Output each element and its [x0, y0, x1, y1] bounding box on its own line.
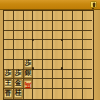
board-cell[interactable] — [33, 79, 43, 89]
board-cell[interactable] — [53, 89, 63, 99]
board-cell[interactable] — [4, 60, 14, 70]
board-cell[interactable] — [83, 21, 93, 31]
board-cell[interactable]: 香 — [4, 89, 14, 99]
piece-lance[interactable]: 香 — [4, 90, 13, 99]
board-cell[interactable] — [33, 40, 43, 50]
board-cell[interactable] — [43, 50, 53, 60]
piece-glyph: 金 — [15, 80, 22, 87]
board-cell[interactable] — [73, 11, 83, 21]
board-cell[interactable] — [33, 89, 43, 99]
board-cell[interactable] — [33, 50, 43, 60]
board-cell[interactable] — [63, 50, 73, 60]
board-cell[interactable] — [83, 50, 93, 60]
board-cell[interactable]: 桂 — [14, 89, 24, 99]
board-right-margin — [93, 10, 100, 100]
board-cell[interactable] — [24, 40, 34, 50]
piece-glyph: 歩 — [15, 71, 22, 78]
board-cell[interactable]: 金 — [14, 79, 24, 89]
board-cell[interactable]: 歩 — [14, 70, 24, 80]
piece-horse-promoted-bishop[interactable]: 馬 — [24, 79, 33, 88]
board-cell[interactable] — [14, 40, 24, 50]
board-cell[interactable] — [63, 89, 73, 99]
board-cell[interactable] — [73, 70, 83, 80]
board-cell[interactable] — [73, 60, 83, 70]
board-cell[interactable] — [53, 50, 63, 60]
piece-silver[interactable]: 銀 — [24, 69, 33, 78]
board-cell[interactable] — [83, 31, 93, 41]
board-cell[interactable] — [43, 79, 53, 89]
board-cell[interactable] — [83, 89, 93, 99]
board-cell[interactable] — [43, 11, 53, 21]
board-cell[interactable] — [43, 40, 53, 50]
board-cell[interactable] — [63, 79, 73, 89]
piece-glyph: 馬 — [25, 80, 32, 87]
board-cell[interactable] — [33, 21, 43, 31]
board-cell[interactable] — [14, 50, 24, 60]
board-cell[interactable] — [63, 70, 73, 80]
board-cell[interactable] — [43, 70, 53, 80]
board-cell[interactable] — [53, 40, 63, 50]
board-cell[interactable] — [4, 50, 14, 60]
board-cell[interactable] — [33, 60, 43, 70]
board-cell[interactable] — [4, 31, 14, 41]
board-cell[interactable] — [33, 11, 43, 21]
piece-king[interactable]: 王 — [4, 79, 13, 88]
app-header-bar — [0, 0, 100, 10]
board-cell[interactable] — [53, 11, 63, 21]
board-cell[interactable] — [43, 89, 53, 99]
board-cell[interactable] — [73, 31, 83, 41]
board-cell[interactable] — [43, 21, 53, 31]
board-cell[interactable] — [83, 79, 93, 89]
board-cell[interactable] — [14, 31, 24, 41]
board-cell[interactable] — [83, 70, 93, 80]
board-cell[interactable] — [24, 21, 34, 31]
board-cell[interactable] — [14, 21, 24, 31]
piece-glyph: 歩 — [25, 61, 32, 68]
piece-glyph: 桂 — [15, 91, 22, 98]
board-cell[interactable] — [73, 79, 83, 89]
board-cell[interactable] — [73, 21, 83, 31]
board-cell[interactable] — [63, 40, 73, 50]
board-cell[interactable] — [4, 11, 14, 21]
board-cell[interactable] — [83, 60, 93, 70]
piece-glyph: 香 — [5, 91, 12, 98]
board-cell[interactable] — [53, 21, 63, 31]
board-cell[interactable] — [24, 11, 34, 21]
piece-glyph: 銀 — [25, 71, 32, 78]
board-cell[interactable] — [33, 31, 43, 41]
board-cell[interactable] — [73, 50, 83, 60]
board-cell[interactable] — [33, 70, 43, 80]
board-cell[interactable]: 歩 — [4, 70, 14, 80]
piece-pawn[interactable]: 歩 — [14, 69, 23, 78]
board-cell[interactable] — [63, 31, 73, 41]
piece-gold[interactable]: 金 — [14, 79, 23, 88]
board-cell[interactable]: 王 — [4, 79, 14, 89]
shogi-board: 歩歩歩銀王金馬香桂 — [3, 10, 94, 100]
board-cell[interactable] — [14, 11, 24, 21]
board-cell[interactable] — [53, 79, 63, 89]
piece-pawn[interactable]: 歩 — [4, 69, 13, 78]
shogi-app-window: 歩歩歩銀王金馬香桂 — [0, 0, 100, 100]
board-cell[interactable] — [53, 70, 63, 80]
board-cell[interactable] — [83, 11, 93, 21]
board-cell[interactable] — [43, 60, 53, 70]
board-cell[interactable] — [63, 60, 73, 70]
board-cell[interactable] — [4, 21, 14, 31]
board-cell[interactable] — [83, 40, 93, 50]
board-cell[interactable] — [63, 21, 73, 31]
board-cell[interactable]: 銀 — [24, 70, 34, 80]
board-cell[interactable] — [24, 50, 34, 60]
board-cell[interactable] — [63, 11, 73, 21]
board-cell[interactable] — [43, 31, 53, 41]
piece-glyph: 歩 — [5, 71, 12, 78]
board-cell[interactable] — [14, 60, 24, 70]
piece-glyph: 王 — [5, 80, 12, 87]
board-cell[interactable] — [73, 89, 83, 99]
board-cell[interactable]: 馬 — [24, 79, 34, 89]
piece-menu-button[interactable] — [90, 1, 97, 8]
piece-knight[interactable]: 桂 — [14, 90, 23, 99]
shogi-piece-icon — [92, 2, 96, 7]
board-cell[interactable] — [73, 40, 83, 50]
board-cell[interactable] — [24, 89, 34, 99]
board-cell[interactable] — [4, 40, 14, 50]
